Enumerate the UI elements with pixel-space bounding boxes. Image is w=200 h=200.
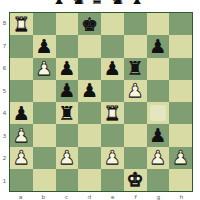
square-d6[interactable] — [78, 58, 101, 80]
square-d5[interactable]: ♟ — [78, 80, 101, 102]
piece-white-pawn[interactable]: ♟ — [13, 148, 30, 167]
square-f7[interactable] — [124, 35, 147, 57]
file-label-e: e — [104, 193, 121, 200]
square-b1[interactable] — [33, 169, 56, 191]
square-c7[interactable] — [56, 35, 79, 57]
piece-black-pawn[interactable]: ♟ — [58, 81, 75, 100]
piece-black-pawn[interactable]: ♟ — [149, 126, 166, 145]
rank-label-3: 3 — [1, 127, 8, 144]
rank-label-8: 8 — [1, 15, 8, 32]
square-f5[interactable]: ♟ — [124, 80, 147, 102]
piece-white-pawn[interactable]: ♟ — [149, 148, 166, 167]
square-h3[interactable] — [169, 124, 192, 146]
piece-white-pawn[interactable]: ♟ — [127, 81, 144, 100]
square-f4[interactable] — [124, 102, 147, 124]
board-frame: ♜♚♟♟♟♟♟♜♟♟♟♟♜♜♟♟♟♟♟♟♟♚ — [9, 12, 193, 192]
square-a7[interactable] — [10, 35, 33, 57]
square-d2[interactable] — [78, 147, 101, 169]
square-h5[interactable] — [169, 80, 192, 102]
file-label-d: d — [81, 193, 98, 200]
square-d3[interactable] — [78, 124, 101, 146]
chess-board: ♜♚♟♟♟♟♟♜♟♟♟♟♜♜♟♟♟♟♟♟♟♚ — [10, 13, 192, 191]
square-b8[interactable] — [33, 13, 56, 35]
file-labels: abcdefgh — [9, 191, 193, 200]
piece-black-pawn[interactable]: ♟ — [13, 104, 30, 123]
square-b7[interactable]: ♟ — [33, 35, 56, 57]
square-a1[interactable] — [10, 169, 33, 191]
square-c5[interactable]: ♟ — [56, 80, 79, 102]
rank-label-6: 6 — [1, 60, 8, 77]
square-a8[interactable]: ♜ — [10, 13, 33, 35]
square-h8[interactable] — [169, 13, 192, 35]
file-label-f: f — [127, 193, 144, 200]
captured-black-knight-icon: ♞ — [107, 0, 127, 8]
rank-label-4: 4 — [1, 105, 8, 122]
square-f2[interactable] — [124, 147, 147, 169]
square-d1[interactable] — [78, 169, 101, 191]
square-e7[interactable] — [101, 35, 124, 57]
square-b5[interactable] — [33, 80, 56, 102]
file-label-g: g — [150, 193, 167, 200]
highlight-g4 — [150, 105, 167, 121]
captured-black-bishop-icon: ♝ — [49, 0, 69, 8]
piece-white-pawn[interactable]: ♟ — [104, 148, 121, 167]
square-d7[interactable] — [78, 35, 101, 57]
square-g2[interactable]: ♟ — [147, 147, 170, 169]
square-f8[interactable] — [124, 13, 147, 35]
square-c4[interactable]: ♜ — [56, 102, 79, 124]
rank-label-7: 7 — [1, 37, 8, 54]
square-f6[interactable]: ♜ — [124, 58, 147, 80]
square-b3[interactable] — [33, 124, 56, 146]
square-e1[interactable] — [101, 169, 124, 191]
piece-black-rook[interactable]: ♜ — [127, 59, 144, 78]
square-g8[interactable] — [147, 13, 170, 35]
square-b2[interactable] — [33, 147, 56, 169]
piece-white-king[interactable]: ♚ — [127, 170, 144, 189]
square-g4[interactable] — [147, 102, 170, 124]
square-c6[interactable]: ♟ — [56, 58, 79, 80]
piece-white-pawn[interactable]: ♟ — [13, 126, 30, 145]
file-label-c: c — [58, 193, 75, 200]
captured-pieces-tray: ♝♞♛♞♝ — [0, 0, 200, 10]
square-e5[interactable] — [101, 80, 124, 102]
square-e6[interactable]: ♟ — [101, 58, 124, 80]
captured-black-bishop-icon: ♝ — [127, 0, 147, 8]
piece-black-pawn[interactable]: ♟ — [104, 59, 121, 78]
square-b4[interactable] — [33, 102, 56, 124]
square-g5[interactable] — [147, 80, 170, 102]
square-h7[interactable] — [169, 35, 192, 57]
square-c8[interactable] — [56, 13, 79, 35]
square-e8[interactable] — [101, 13, 124, 35]
file-label-h: h — [173, 193, 190, 200]
square-a6[interactable] — [10, 58, 33, 80]
square-c3[interactable] — [56, 124, 79, 146]
square-g1[interactable] — [147, 169, 170, 191]
square-h4[interactable] — [169, 102, 192, 124]
piece-white-rook[interactable]: ♜ — [13, 15, 30, 34]
square-g6[interactable] — [147, 58, 170, 80]
piece-white-pawn[interactable]: ♟ — [58, 148, 75, 167]
piece-black-pawn[interactable]: ♟ — [36, 37, 53, 56]
square-e2[interactable]: ♟ — [101, 147, 124, 169]
piece-black-pawn[interactable]: ♟ — [149, 37, 166, 56]
square-e4[interactable]: ♜ — [101, 102, 124, 124]
piece-white-pawn[interactable]: ♟ — [36, 59, 53, 78]
square-a4[interactable]: ♟ — [10, 102, 33, 124]
square-a5[interactable] — [10, 80, 33, 102]
square-b6[interactable]: ♟ — [33, 58, 56, 80]
rank-label-5: 5 — [1, 82, 8, 99]
square-e3[interactable] — [101, 124, 124, 146]
chess-app: ♝♞♛♞♝ 87654321 ♜♚♟♟♟♟♟♜♟♟♟♟♜♜♟♟♟♟♟♟♟♚ ab… — [0, 0, 200, 200]
square-d4[interactable] — [78, 102, 101, 124]
piece-white-rook[interactable]: ♜ — [104, 104, 121, 123]
file-label-a: a — [12, 193, 29, 200]
square-a2[interactable]: ♟ — [10, 147, 33, 169]
square-f3[interactable] — [124, 124, 147, 146]
square-c2[interactable]: ♟ — [56, 147, 79, 169]
rank-label-2: 2 — [1, 150, 8, 167]
square-h6[interactable] — [169, 58, 192, 80]
square-h2[interactable]: ♟ — [169, 147, 192, 169]
square-g7[interactable]: ♟ — [147, 35, 170, 57]
rank-label-1: 1 — [1, 172, 8, 189]
square-g3[interactable]: ♟ — [147, 124, 170, 146]
captured-black-knight-icon: ♞ — [68, 0, 88, 8]
square-f1[interactable]: ♚ — [124, 169, 147, 191]
file-label-b: b — [35, 193, 52, 200]
square-h1[interactable] — [169, 169, 192, 191]
piece-black-pawn[interactable]: ♟ — [58, 59, 75, 78]
rank-labels: 87654321 — [0, 12, 9, 192]
captured-black-queen-icon: ♛ — [87, 0, 107, 8]
square-a3[interactable]: ♟ — [10, 124, 33, 146]
piece-white-pawn[interactable]: ♟ — [172, 148, 189, 167]
square-d8[interactable]: ♚ — [78, 13, 101, 35]
square-c1[interactable] — [56, 169, 79, 191]
piece-black-rook[interactable]: ♜ — [58, 104, 75, 123]
piece-black-pawn[interactable]: ♟ — [81, 81, 98, 100]
piece-black-king[interactable]: ♚ — [81, 15, 98, 34]
